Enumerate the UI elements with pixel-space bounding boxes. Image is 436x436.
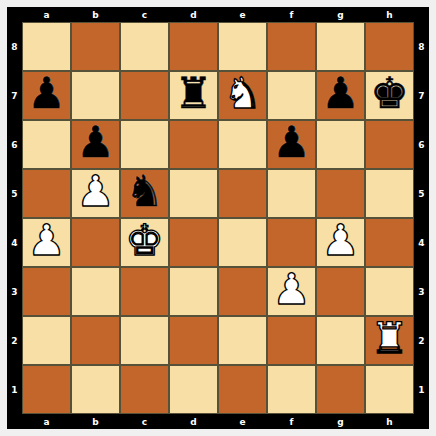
file-label-bottom-e: e (218, 414, 267, 429)
square-h5[interactable] (365, 169, 414, 218)
square-g2[interactable] (316, 316, 365, 365)
square-d3[interactable] (169, 267, 218, 316)
square-a1[interactable] (22, 365, 71, 414)
square-d6[interactable] (169, 120, 218, 169)
black-pawn: ♟ (27, 69, 66, 118)
square-c8[interactable] (120, 22, 169, 71)
white-pawn: ♟ (272, 265, 311, 314)
rank-label-right-4: 4 (414, 218, 429, 267)
square-e5[interactable] (218, 169, 267, 218)
square-h3[interactable] (365, 267, 414, 316)
square-b4[interactable] (71, 218, 120, 267)
rank-label-right-7: 7 (414, 71, 429, 120)
white-pawn: ♟ (76, 167, 115, 216)
rank-label-right-6: 6 (414, 120, 429, 169)
square-g5[interactable] (316, 169, 365, 218)
square-h1[interactable] (365, 365, 414, 414)
square-f3[interactable]: ♟ (267, 267, 316, 316)
square-c1[interactable] (120, 365, 169, 414)
black-pawn: ♟ (321, 69, 360, 118)
white-pawn: ♟ (321, 216, 360, 265)
rank-label-left-8: 8 (7, 22, 22, 71)
rank-label-right-2: 2 (414, 316, 429, 365)
file-label-top-d: d (169, 7, 218, 22)
square-a4[interactable]: ♟ (22, 218, 71, 267)
square-g3[interactable] (316, 267, 365, 316)
square-c7[interactable] (120, 71, 169, 120)
file-label-top-b: b (71, 7, 120, 22)
rank-label-right-1: 1 (414, 365, 429, 414)
rank-label-left-6: 6 (7, 120, 22, 169)
square-h6[interactable] (365, 120, 414, 169)
rank-label-right-3: 3 (414, 267, 429, 316)
file-label-bottom-b: b (71, 414, 120, 429)
square-e7[interactable]: ♞ (218, 71, 267, 120)
black-rook: ♜ (174, 69, 213, 118)
square-a5[interactable] (22, 169, 71, 218)
square-b8[interactable] (71, 22, 120, 71)
square-e4[interactable] (218, 218, 267, 267)
file-label-top-e: e (218, 7, 267, 22)
square-b1[interactable] (71, 365, 120, 414)
square-f4[interactable] (267, 218, 316, 267)
square-f7[interactable] (267, 71, 316, 120)
rank-label-left-3: 3 (7, 267, 22, 316)
square-a6[interactable] (22, 120, 71, 169)
square-d2[interactable] (169, 316, 218, 365)
square-g4[interactable]: ♟ (316, 218, 365, 267)
square-e8[interactable] (218, 22, 267, 71)
square-f6[interactable]: ♟ (267, 120, 316, 169)
square-h2[interactable]: ♜ (365, 316, 414, 365)
square-c2[interactable] (120, 316, 169, 365)
black-pawn: ♟ (76, 118, 115, 167)
file-label-bottom-d: d (169, 414, 218, 429)
square-b2[interactable] (71, 316, 120, 365)
rank-label-left-7: 7 (7, 71, 22, 120)
square-g8[interactable] (316, 22, 365, 71)
square-d7[interactable]: ♜ (169, 71, 218, 120)
white-knight: ♞ (223, 69, 262, 118)
square-g7[interactable]: ♟ (316, 71, 365, 120)
white-pawn: ♟ (27, 216, 66, 265)
square-d1[interactable] (169, 365, 218, 414)
rank-label-right-5: 5 (414, 169, 429, 218)
rank-label-left-2: 2 (7, 316, 22, 365)
file-label-bottom-h: h (365, 414, 414, 429)
file-label-top-h: h (365, 7, 414, 22)
file-label-bottom-a: a (22, 414, 71, 429)
square-e2[interactable] (218, 316, 267, 365)
file-label-top-a: a (22, 7, 71, 22)
square-c3[interactable] (120, 267, 169, 316)
black-pawn: ♟ (272, 118, 311, 167)
file-label-top-g: g (316, 7, 365, 22)
square-a2[interactable] (22, 316, 71, 365)
white-rook: ♜ (370, 314, 409, 363)
file-label-bottom-f: f (267, 414, 316, 429)
file-label-bottom-g: g (316, 414, 365, 429)
square-b3[interactable] (71, 267, 120, 316)
black-knight: ♞ (125, 167, 164, 216)
square-f5[interactable] (267, 169, 316, 218)
square-e3[interactable] (218, 267, 267, 316)
square-c6[interactable] (120, 120, 169, 169)
square-g1[interactable] (316, 365, 365, 414)
square-f2[interactable] (267, 316, 316, 365)
square-b6[interactable]: ♟ (71, 120, 120, 169)
file-label-top-c: c (120, 7, 169, 22)
square-e1[interactable] (218, 365, 267, 414)
rank-label-left-4: 4 (7, 218, 22, 267)
white-king: ♚ (125, 216, 164, 265)
square-h7[interactable]: ♚ (365, 71, 414, 120)
square-e6[interactable] (218, 120, 267, 169)
rank-label-left-1: 1 (7, 365, 22, 414)
square-a8[interactable] (22, 22, 71, 71)
square-d8[interactable] (169, 22, 218, 71)
square-d5[interactable] (169, 169, 218, 218)
black-king: ♚ (370, 69, 409, 118)
board-frame: aabbccddeeffgghh8877665544332211♟♜♞♟♚♟♟♟… (7, 7, 429, 429)
square-d4[interactable] (169, 218, 218, 267)
square-a7[interactable]: ♟ (22, 71, 71, 120)
square-c5[interactable]: ♞ (120, 169, 169, 218)
square-f1[interactable] (267, 365, 316, 414)
rank-label-left-5: 5 (7, 169, 22, 218)
square-b7[interactable] (71, 71, 120, 120)
square-h8[interactable] (365, 22, 414, 71)
square-c4[interactable]: ♚ (120, 218, 169, 267)
square-g6[interactable] (316, 120, 365, 169)
square-a3[interactable] (22, 267, 71, 316)
rank-label-right-8: 8 (414, 22, 429, 71)
file-label-top-f: f (267, 7, 316, 22)
square-b5[interactable]: ♟ (71, 169, 120, 218)
file-label-bottom-c: c (120, 414, 169, 429)
square-h4[interactable] (365, 218, 414, 267)
square-f8[interactable] (267, 22, 316, 71)
